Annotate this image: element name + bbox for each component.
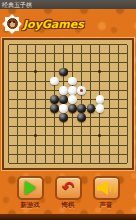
board-cell[interactable] xyxy=(59,113,68,122)
board-cell[interactable] xyxy=(50,49,59,58)
board-cell[interactable] xyxy=(13,141,22,150)
board-cell[interactable] xyxy=(59,40,68,49)
board-cell[interactable] xyxy=(105,49,114,58)
board-cell[interactable] xyxy=(114,67,123,76)
board-cell[interactable] xyxy=(123,141,132,150)
board-cell[interactable] xyxy=(114,150,123,159)
board-cell[interactable] xyxy=(68,141,77,150)
board-cell[interactable] xyxy=(105,104,114,113)
board-cell[interactable] xyxy=(22,113,31,122)
board-cell[interactable] xyxy=(50,104,59,113)
board-cell[interactable] xyxy=(41,150,50,159)
board-cell[interactable] xyxy=(86,40,95,49)
joygames-logo: JoyGames xyxy=(2,12,84,36)
board-cell[interactable] xyxy=(41,40,50,49)
board-cell[interactable] xyxy=(59,104,68,113)
board-cell[interactable] xyxy=(123,104,132,113)
board-cell[interactable] xyxy=(114,86,123,95)
board-cell[interactable] xyxy=(86,113,95,122)
board-cell[interactable] xyxy=(50,159,59,168)
star-point xyxy=(34,134,37,137)
board-cell[interactable] xyxy=(77,86,86,95)
board-cell[interactable] xyxy=(13,58,22,67)
board-cell[interactable] xyxy=(13,40,22,49)
board-cell[interactable] xyxy=(59,67,68,76)
board-cell[interactable] xyxy=(4,77,13,86)
board-cell[interactable] xyxy=(105,86,114,95)
board-cell[interactable] xyxy=(123,95,132,104)
white-stone xyxy=(59,104,68,113)
board-cell[interactable] xyxy=(22,131,31,140)
board-cell[interactable] xyxy=(114,95,123,104)
board-cell[interactable] xyxy=(86,159,95,168)
board-cell[interactable] xyxy=(105,77,114,86)
board-cell[interactable] xyxy=(41,122,50,131)
undo-label: 悔棋 xyxy=(62,201,75,209)
board-cell[interactable] xyxy=(31,122,40,131)
board-cell[interactable] xyxy=(86,131,95,140)
board-cell[interactable] xyxy=(86,58,95,67)
black-stone xyxy=(59,113,68,122)
board-cell[interactable] xyxy=(13,131,22,140)
board-cell[interactable] xyxy=(59,58,68,67)
board-cell[interactable] xyxy=(95,141,104,150)
board-cell[interactable] xyxy=(41,95,50,104)
board-cell[interactable] xyxy=(13,113,22,122)
new-game-label: 新游戏 xyxy=(20,201,40,209)
board-cell[interactable] xyxy=(77,159,86,168)
board-cell[interactable] xyxy=(123,131,132,140)
new-game-button-face[interactable] xyxy=(17,176,44,200)
board-cell[interactable] xyxy=(123,86,132,95)
undo-arrow-icon: ↶ xyxy=(62,180,75,195)
board-cell[interactable] xyxy=(77,58,86,67)
board-cell[interactable] xyxy=(68,113,77,122)
board-cell[interactable] xyxy=(123,150,132,159)
board-cell[interactable] xyxy=(50,150,59,159)
board-cell[interactable] xyxy=(31,131,40,140)
board-cell[interactable] xyxy=(13,67,22,76)
board-cell[interactable] xyxy=(41,67,50,76)
board-cell[interactable] xyxy=(50,122,59,131)
board-cell[interactable] xyxy=(123,122,132,131)
black-stone xyxy=(87,104,96,113)
board-cell[interactable] xyxy=(77,49,86,58)
board-cell[interactable] xyxy=(31,49,40,58)
board-cell[interactable] xyxy=(59,95,68,104)
board-cell[interactable] xyxy=(59,77,68,86)
board-cell[interactable] xyxy=(4,86,13,95)
board-cell[interactable] xyxy=(77,95,86,104)
star-point xyxy=(98,134,101,137)
board-cell[interactable] xyxy=(59,122,68,131)
board-cell[interactable] xyxy=(123,49,132,58)
board-cell[interactable] xyxy=(68,40,77,49)
board-cell[interactable] xyxy=(59,49,68,58)
board-cell[interactable] xyxy=(95,67,104,76)
board-cell[interactable] xyxy=(123,40,132,49)
board-cell[interactable] xyxy=(105,131,114,140)
board-cell[interactable] xyxy=(13,150,22,159)
board-cell[interactable] xyxy=(105,67,114,76)
board-cell[interactable] xyxy=(105,141,114,150)
board-cell[interactable] xyxy=(114,58,123,67)
board-cell[interactable] xyxy=(105,159,114,168)
board-cell[interactable] xyxy=(86,95,95,104)
board-cell[interactable] xyxy=(68,150,77,159)
board-cell[interactable] xyxy=(86,122,95,131)
board-cell[interactable] xyxy=(4,40,13,49)
board-cell[interactable] xyxy=(22,141,31,150)
star-point xyxy=(34,70,37,73)
status-bar: 经典五子棋 xyxy=(0,0,136,9)
board-cell[interactable] xyxy=(13,86,22,95)
board-cell[interactable] xyxy=(22,104,31,113)
board-cell[interactable] xyxy=(86,77,95,86)
window-title: 经典五子棋 xyxy=(2,1,32,8)
black-stone xyxy=(77,113,86,122)
white-stone xyxy=(50,77,59,86)
board-cell[interactable] xyxy=(77,77,86,86)
black-stone xyxy=(50,95,59,104)
board-cell[interactable] xyxy=(68,159,77,168)
board-cell[interactable] xyxy=(22,58,31,67)
board-cell[interactable] xyxy=(22,86,31,95)
board-cell[interactable] xyxy=(95,104,104,113)
board-cell[interactable] xyxy=(22,150,31,159)
board-cell[interactable] xyxy=(95,40,104,49)
board-cell[interactable] xyxy=(4,113,13,122)
board-cell[interactable] xyxy=(50,67,59,76)
board-cell[interactable] xyxy=(31,159,40,168)
board-cell[interactable] xyxy=(105,95,114,104)
board-cell[interactable] xyxy=(95,49,104,58)
board-cell[interactable] xyxy=(68,95,77,104)
board-cell[interactable] xyxy=(22,122,31,131)
white-stone xyxy=(96,104,105,113)
board-cell[interactable] xyxy=(86,86,95,95)
board-cell[interactable] xyxy=(114,77,123,86)
star-point xyxy=(98,70,101,73)
board-cell[interactable] xyxy=(13,122,22,131)
board-cell[interactable] xyxy=(50,113,59,122)
board-cell[interactable] xyxy=(31,77,40,86)
board-cell[interactable] xyxy=(114,104,123,113)
board-cell[interactable] xyxy=(50,141,59,150)
board-cell[interactable] xyxy=(95,113,104,122)
board-cell[interactable] xyxy=(114,49,123,58)
board-cell[interactable] xyxy=(68,77,77,86)
board-cell[interactable] xyxy=(22,95,31,104)
black-stone xyxy=(77,104,86,113)
board-cell[interactable] xyxy=(59,86,68,95)
board-cell[interactable] xyxy=(114,40,123,49)
white-stone xyxy=(68,86,77,95)
board-cell[interactable] xyxy=(4,131,13,140)
board-cell[interactable] xyxy=(22,40,31,49)
board-cell[interactable] xyxy=(95,77,104,86)
board-cell[interactable] xyxy=(13,95,22,104)
play-icon xyxy=(25,181,36,195)
board-cell[interactable] xyxy=(114,113,123,122)
board-cell[interactable] xyxy=(22,67,31,76)
board-cell[interactable] xyxy=(68,49,77,58)
board-cell[interactable] xyxy=(31,58,40,67)
white-stone xyxy=(68,77,77,86)
board-cell[interactable] xyxy=(68,131,77,140)
board-cell[interactable] xyxy=(105,150,114,159)
board-cell[interactable] xyxy=(77,67,86,76)
sound-label: 声音 xyxy=(100,201,113,209)
board-cell[interactable] xyxy=(123,58,132,67)
board-cell[interactable] xyxy=(50,131,59,140)
white-stone xyxy=(59,86,68,95)
black-stone xyxy=(50,104,59,113)
board-cell[interactable] xyxy=(95,131,104,140)
undo-button[interactable]: ↶ 悔棋 xyxy=(53,176,83,214)
header: JoyGames xyxy=(0,9,136,38)
board-cell[interactable] xyxy=(13,159,22,168)
board-cell[interactable] xyxy=(123,113,132,122)
board-cell[interactable] xyxy=(95,86,104,95)
board-cell[interactable] xyxy=(114,141,123,150)
board-cell[interactable] xyxy=(105,122,114,131)
board-cell[interactable] xyxy=(31,67,40,76)
sound-button[interactable]: 声音 xyxy=(91,176,121,214)
undo-button-face[interactable]: ↶ xyxy=(55,176,82,200)
board-cell[interactable] xyxy=(31,86,40,95)
board-cell[interactable] xyxy=(105,58,114,67)
board-cell[interactable] xyxy=(77,40,86,49)
board-cell[interactable] xyxy=(68,86,77,95)
board-cell[interactable] xyxy=(68,67,77,76)
board-cell[interactable] xyxy=(22,77,31,86)
board-cell[interactable] xyxy=(41,113,50,122)
white-stone xyxy=(96,95,105,104)
bottom-strip xyxy=(0,214,136,220)
game-board[interactable] xyxy=(2,38,134,170)
board-cell[interactable] xyxy=(86,67,95,76)
logo-text: JoyGames xyxy=(23,18,84,31)
new-game-button[interactable]: 新游戏 xyxy=(15,176,45,214)
board-cell[interactable] xyxy=(41,86,50,95)
board-cell[interactable] xyxy=(105,113,114,122)
board-cell[interactable] xyxy=(77,141,86,150)
board-cell[interactable] xyxy=(86,141,95,150)
board-cell[interactable] xyxy=(41,104,50,113)
black-stone xyxy=(59,95,68,104)
board-cell[interactable] xyxy=(13,104,22,113)
board-cell[interactable] xyxy=(114,159,123,168)
board-cell[interactable] xyxy=(4,122,13,131)
board-cell[interactable] xyxy=(31,113,40,122)
board-cell[interactable] xyxy=(4,141,13,150)
board-cell[interactable] xyxy=(50,77,59,86)
board-cell[interactable] xyxy=(77,113,86,122)
board-cell[interactable] xyxy=(77,104,86,113)
board-cell[interactable] xyxy=(31,141,40,150)
board-cell[interactable] xyxy=(86,104,95,113)
white-stone-last-move xyxy=(77,86,86,95)
black-stone xyxy=(59,68,68,77)
monkey-mascot-icon xyxy=(2,14,22,34)
board-cell[interactable] xyxy=(68,58,77,67)
board-cell[interactable] xyxy=(77,122,86,131)
board-cell[interactable] xyxy=(4,104,13,113)
white-stone xyxy=(68,95,77,104)
board-cell[interactable] xyxy=(22,159,31,168)
board-cell[interactable] xyxy=(114,131,123,140)
board-cell[interactable] xyxy=(50,86,59,95)
board-cell[interactable] xyxy=(68,104,77,113)
board-cell[interactable] xyxy=(105,40,114,49)
sound-button-face[interactable] xyxy=(93,176,120,200)
board-cell[interactable] xyxy=(123,77,132,86)
board-cell[interactable] xyxy=(50,95,59,104)
board-cell[interactable] xyxy=(77,131,86,140)
board-cell[interactable] xyxy=(31,104,40,113)
black-stone xyxy=(68,104,77,113)
board-cell[interactable] xyxy=(41,77,50,86)
board-cell[interactable] xyxy=(59,159,68,168)
board-cell[interactable] xyxy=(86,150,95,159)
speaker-icon xyxy=(97,181,115,195)
board-cell[interactable] xyxy=(22,49,31,58)
board-cell[interactable] xyxy=(95,58,104,67)
board-cell[interactable] xyxy=(41,159,50,168)
board-cell[interactable] xyxy=(59,150,68,159)
board-cell[interactable] xyxy=(41,131,50,140)
board-cell[interactable] xyxy=(4,159,13,168)
board-cell[interactable] xyxy=(68,122,77,131)
board-cell[interactable] xyxy=(41,58,50,67)
board-cell[interactable] xyxy=(95,159,104,168)
board-cell[interactable] xyxy=(123,67,132,76)
board-cell[interactable] xyxy=(95,122,104,131)
gomoku-app: 经典五子棋 JoyGames 新游戏 ↶ 悔棋 xyxy=(0,0,136,220)
board-cell[interactable] xyxy=(95,95,104,104)
board-cell[interactable] xyxy=(4,67,13,76)
board-cell[interactable] xyxy=(4,95,13,104)
board-cell[interactable] xyxy=(13,77,22,86)
toolbar: 新游戏 ↶ 悔棋 声音 xyxy=(0,176,136,214)
board-cell[interactable] xyxy=(50,58,59,67)
board-cell[interactable] xyxy=(4,58,13,67)
board-cell[interactable] xyxy=(114,122,123,131)
board-cell[interactable] xyxy=(59,141,68,150)
board-cell[interactable] xyxy=(41,141,50,150)
board-cell[interactable] xyxy=(4,150,13,159)
board-cell[interactable] xyxy=(86,49,95,58)
board-cell[interactable] xyxy=(13,49,22,58)
board-cell[interactable] xyxy=(59,131,68,140)
board-cell[interactable] xyxy=(41,49,50,58)
board-cell[interactable] xyxy=(31,40,40,49)
board-grid xyxy=(4,40,132,168)
board-cell[interactable] xyxy=(95,150,104,159)
board-cell[interactable] xyxy=(50,40,59,49)
board-cell[interactable] xyxy=(4,49,13,58)
board-cell[interactable] xyxy=(123,159,132,168)
board-cell[interactable] xyxy=(31,95,40,104)
board-cell[interactable] xyxy=(31,150,40,159)
board-cell[interactable] xyxy=(77,150,86,159)
